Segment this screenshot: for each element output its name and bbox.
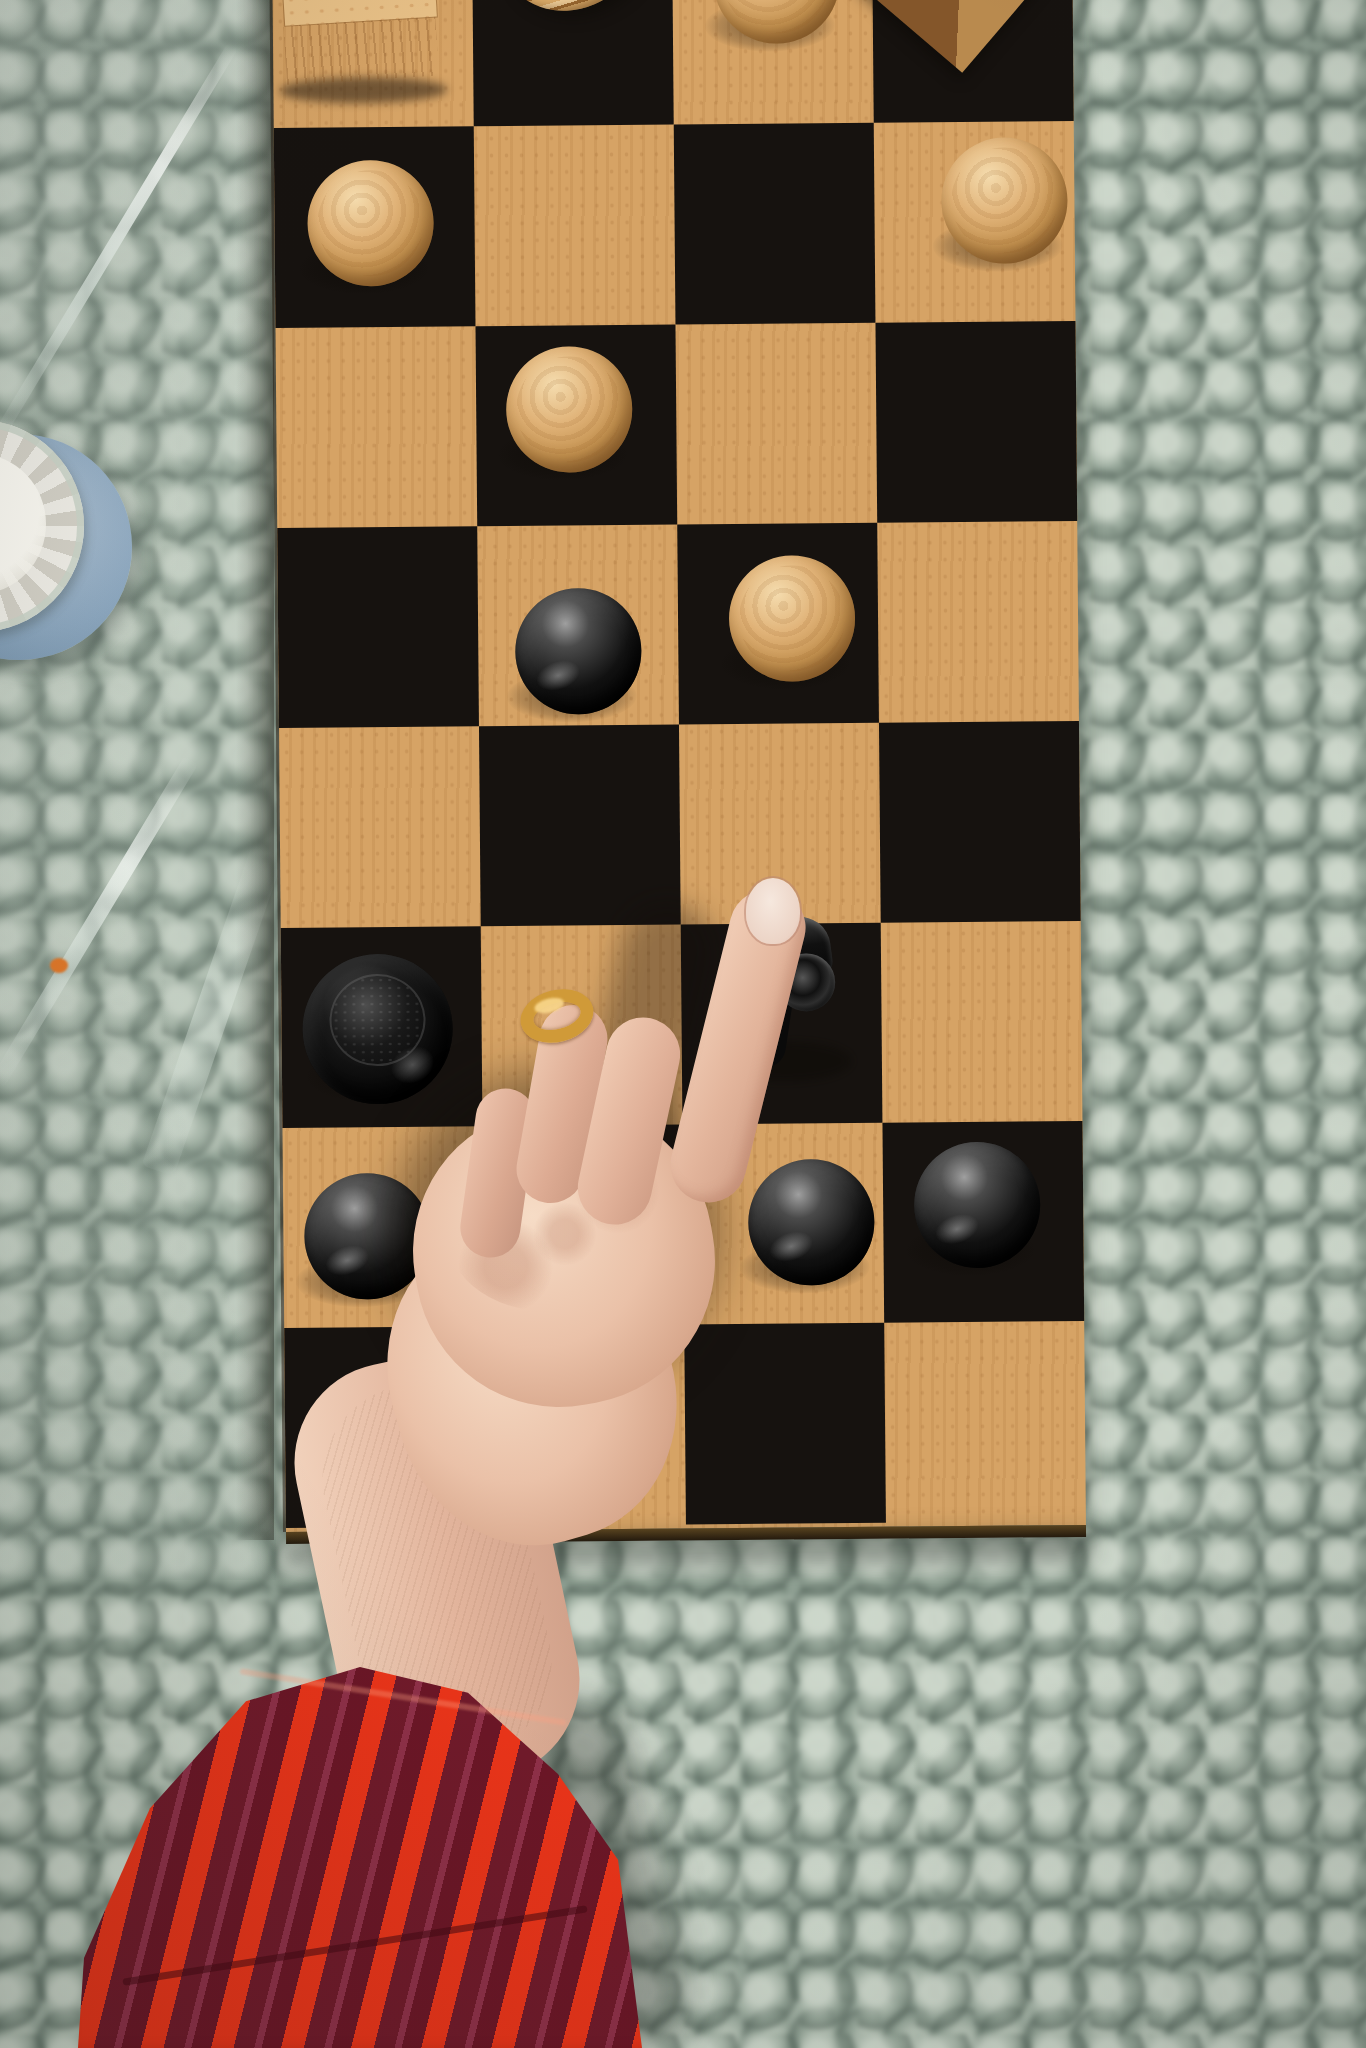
black-queen-cone-cap — [331, 976, 424, 1065]
orange-fleck — [50, 958, 68, 973]
white-king-pyr — [856, 0, 1053, 73]
square-c2r5 — [479, 724, 681, 926]
piece-white-king-c4r1 — [854, 0, 1056, 77]
square-c4r6 — [881, 921, 1083, 1123]
black-pawn-ball — [914, 1141, 1041, 1268]
white-pawn-ball — [307, 160, 434, 287]
white-pawn-ball — [941, 137, 1068, 264]
square-c4r5 — [879, 721, 1081, 923]
piece-white-pawn-5-c3r4 — [691, 519, 893, 721]
piece-black-queen-c1r6 — [277, 931, 479, 1133]
square-c1r5 — [279, 726, 481, 928]
white-pawn-ball — [506, 346, 633, 473]
square-c3r8 — [684, 1323, 886, 1525]
piece-black-pawn-1-c2r4 — [477, 551, 679, 753]
square-c2r2 — [474, 125, 676, 327]
square-c4r8 — [884, 1321, 1086, 1523]
square-c1r3 — [275, 326, 477, 528]
piece-black-pawn-4-c4r7 — [876, 1105, 1078, 1307]
piece-white-pawn-2-c1r2 — [270, 123, 472, 325]
white-knight-scw — [481, 0, 656, 38]
piece-white-pawn-3-c4r2 — [904, 101, 1106, 303]
white-pawn-ball — [728, 555, 855, 682]
glass-tabletop — [0, 0, 276, 1580]
black-pawn-ball — [748, 1159, 875, 1286]
square-c4r4 — [877, 521, 1079, 723]
square-c3r2 — [674, 123, 876, 325]
index-fingernail — [746, 878, 800, 944]
piece-white-pawn-4-c2r3 — [468, 310, 670, 512]
photo-overhead-chess-scene — [0, 0, 1366, 2048]
square-c3r3 — [675, 323, 877, 525]
square-c4r3 — [875, 321, 1077, 523]
square-c1r4 — [277, 526, 479, 728]
piece-white-pawn-1-c3r1 — [676, 0, 878, 82]
piece-white-knight-c2r1 — [474, 0, 676, 134]
black-pawn-ball — [515, 588, 642, 715]
